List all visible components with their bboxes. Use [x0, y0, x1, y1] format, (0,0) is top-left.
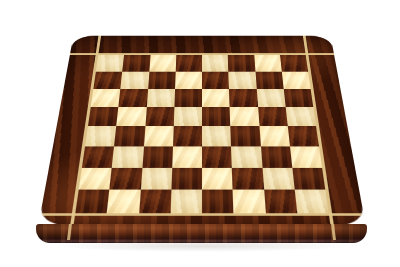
square-f5: [230, 107, 259, 126]
square-d3: [172, 146, 202, 167]
square-e4: [202, 126, 231, 146]
square-h2: [292, 167, 325, 189]
square-b2: [110, 167, 142, 189]
square-b1: [107, 190, 140, 214]
square-e2: [202, 167, 233, 189]
square-g5: [258, 107, 288, 126]
square-h4: [288, 126, 319, 146]
square-c5: [145, 107, 174, 126]
square-e3: [202, 146, 232, 167]
square-f2: [232, 167, 264, 189]
square-e8: [202, 55, 229, 72]
square-c8: [149, 55, 176, 72]
square-b6: [119, 89, 148, 107]
square-h8: [280, 55, 308, 72]
square-a3: [82, 146, 114, 167]
square-d2: [171, 167, 202, 189]
square-f1: [233, 190, 266, 214]
square-a1: [75, 190, 109, 214]
square-b8: [122, 55, 150, 72]
square-b7: [121, 71, 149, 88]
square-a2: [79, 167, 112, 189]
square-g8: [254, 55, 282, 72]
square-d7: [175, 71, 202, 88]
square-g6: [256, 89, 285, 107]
square-e5: [202, 107, 231, 126]
square-c6: [146, 89, 174, 107]
edge-inlay-right: [331, 224, 336, 240]
square-f3: [231, 146, 262, 167]
square-a4: [85, 126, 116, 146]
square-a8: [96, 55, 124, 72]
inlay-line-bottom: [40, 213, 364, 215]
square-g2: [262, 167, 294, 189]
square-f8: [228, 55, 255, 72]
square-c1: [139, 190, 172, 214]
square-c3: [142, 146, 173, 167]
square-b3: [112, 146, 144, 167]
square-d4: [173, 126, 202, 146]
square-b5: [116, 107, 146, 126]
square-d5: [173, 107, 202, 126]
square-b4: [114, 126, 145, 146]
square-a6: [91, 89, 121, 107]
square-e1: [202, 190, 234, 214]
square-h5: [285, 107, 316, 126]
square-c7: [148, 71, 176, 88]
square-f4: [231, 126, 261, 146]
square-h3: [290, 146, 322, 167]
square-g1: [264, 190, 297, 214]
square-h6: [283, 89, 313, 107]
square-c2: [140, 167, 172, 189]
square-g7: [255, 71, 283, 88]
edge-inlay-left: [67, 224, 72, 240]
square-f6: [229, 89, 257, 107]
square-h1: [294, 190, 328, 214]
square-h7: [282, 71, 311, 88]
board-frame: [38, 36, 365, 225]
square-f7: [229, 71, 257, 88]
square-a7: [93, 71, 122, 88]
chessboard-grid: [75, 55, 328, 213]
square-e6: [202, 89, 230, 107]
square-d1: [170, 190, 202, 214]
square-e7: [202, 71, 229, 88]
board-shadow: [55, 240, 350, 252]
square-d6: [174, 89, 202, 107]
square-g4: [259, 126, 290, 146]
square-d8: [175, 55, 202, 72]
square-g3: [260, 146, 292, 167]
board-photo: [0, 0, 400, 267]
square-c4: [144, 126, 174, 146]
square-a5: [88, 107, 119, 126]
